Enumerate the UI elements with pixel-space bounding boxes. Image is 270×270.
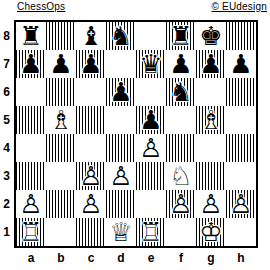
- square-a3: [16, 162, 46, 190]
- white-pawn: ♙: [16, 190, 46, 218]
- square-f3: ♞♘: [166, 162, 196, 190]
- black-knight: ♞: [166, 78, 196, 106]
- square-g3: [196, 162, 226, 190]
- rank-label-7: 7: [0, 50, 13, 78]
- square-f2: ♟♙: [166, 190, 196, 218]
- white-pawn: ♙: [226, 190, 256, 218]
- file-label-g: g: [196, 250, 226, 266]
- square-g2: ♟♙: [196, 190, 226, 218]
- square-h4: [226, 134, 256, 162]
- square-h7: ♟: [226, 50, 256, 78]
- white-pawn: ♙: [136, 134, 166, 162]
- square-d2: [106, 190, 136, 218]
- square-c7: ♟: [76, 50, 106, 78]
- square-a5: [16, 106, 46, 134]
- file-label-a: a: [16, 250, 46, 266]
- black-pawn: ♟: [46, 50, 76, 78]
- black-pawn: ♟: [196, 50, 226, 78]
- file-label-c: c: [76, 250, 106, 266]
- rank-label-2: 2: [0, 190, 13, 218]
- white-pawn: ♙: [106, 162, 136, 190]
- black-pawn: ♟: [106, 78, 136, 106]
- black-rook: ♜: [166, 22, 196, 50]
- black-rook: ♜: [16, 22, 46, 50]
- square-a4: [16, 134, 46, 162]
- file-label-b: b: [46, 250, 76, 266]
- square-e3: [136, 162, 166, 190]
- square-c1: [76, 218, 106, 246]
- chessops-link[interactable]: ChessOps: [17, 1, 65, 13]
- square-e7: ♛: [136, 50, 166, 78]
- black-queen: ♛: [136, 50, 166, 78]
- black-pawn: ♟: [136, 106, 166, 134]
- square-g4: [196, 134, 226, 162]
- square-e2: [136, 190, 166, 218]
- square-h5: [226, 106, 256, 134]
- square-e5: ♟: [136, 106, 166, 134]
- square-g5: ♝♗: [196, 106, 226, 134]
- square-a7: ♟: [16, 50, 46, 78]
- file-labels: abcdefgh: [16, 250, 256, 266]
- white-rook: ♖: [136, 218, 166, 246]
- black-knight: ♞: [106, 22, 136, 50]
- eudesign-copyright-link[interactable]: © EUdesign: [211, 1, 267, 13]
- square-d7: [106, 50, 136, 78]
- rank-label-1: 1: [0, 218, 13, 246]
- rank-label-3: 3: [0, 162, 13, 190]
- page: ChessOps © EUdesign 87654321 ♜♝♞♜♚♟♟♟♛♟♟…: [0, 0, 270, 270]
- square-b8: [46, 22, 76, 50]
- square-h2: ♟♙: [226, 190, 256, 218]
- square-d1: ♛♕: [106, 218, 136, 246]
- square-b5: ♝♗: [46, 106, 76, 134]
- square-a6: [16, 78, 46, 106]
- black-pawn: ♟: [166, 50, 196, 78]
- square-c4: [76, 134, 106, 162]
- square-g8: ♚: [196, 22, 226, 50]
- square-c5: [76, 106, 106, 134]
- white-pawn: ♙: [166, 190, 196, 218]
- square-d8: ♞: [106, 22, 136, 50]
- white-knight: ♘: [166, 162, 196, 190]
- square-g1: ♚♔: [196, 218, 226, 246]
- square-g7: ♟: [196, 50, 226, 78]
- square-h6: [226, 78, 256, 106]
- rank-labels: 87654321: [0, 22, 13, 246]
- black-pawn: ♟: [226, 50, 256, 78]
- square-f5: [166, 106, 196, 134]
- square-c6: [76, 78, 106, 106]
- square-h3: [226, 162, 256, 190]
- file-label-d: d: [106, 250, 136, 266]
- square-f7: ♟: [166, 50, 196, 78]
- black-pawn: ♟: [16, 50, 46, 78]
- square-e4: ♟♙: [136, 134, 166, 162]
- black-bishop: ♝: [76, 22, 106, 50]
- white-pawn: ♙: [76, 190, 106, 218]
- white-king: ♔: [196, 218, 226, 246]
- rank-label-8: 8: [0, 22, 13, 50]
- square-b4: [46, 134, 76, 162]
- square-c8: ♝: [76, 22, 106, 50]
- square-h8: [226, 22, 256, 50]
- black-king: ♚: [196, 22, 226, 50]
- white-bishop: ♗: [46, 106, 76, 134]
- square-f8: ♜: [166, 22, 196, 50]
- square-b7: ♟: [46, 50, 76, 78]
- square-f1: [166, 218, 196, 246]
- square-d3: ♟♙: [106, 162, 136, 190]
- square-e6: [136, 78, 166, 106]
- square-d5: [106, 106, 136, 134]
- square-a1: ♜♖: [16, 218, 46, 246]
- square-b2: [46, 190, 76, 218]
- square-g6: [196, 78, 226, 106]
- white-bishop: ♗: [196, 106, 226, 134]
- square-b1: [46, 218, 76, 246]
- square-h1: [226, 218, 256, 246]
- square-a8: ♜: [16, 22, 46, 50]
- rank-label-6: 6: [0, 78, 13, 106]
- white-queen: ♕: [106, 218, 136, 246]
- file-label-h: h: [226, 250, 256, 266]
- white-rook: ♖: [16, 218, 46, 246]
- square-f6: ♞: [166, 78, 196, 106]
- square-f4: [166, 134, 196, 162]
- rank-label-4: 4: [0, 134, 13, 162]
- square-a2: ♟♙: [16, 190, 46, 218]
- square-b6: [46, 78, 76, 106]
- rank-label-5: 5: [0, 106, 13, 134]
- square-e1: ♜♖: [136, 218, 166, 246]
- square-c2: ♟♙: [76, 190, 106, 218]
- chess-board: ♜♝♞♜♚♟♟♟♛♟♟♟♟♞♝♗♟♝♗♟♙♟♙♟♙♞♘♟♙♟♙♟♙♟♙♟♙♜♖♛…: [14, 20, 258, 248]
- square-b3: [46, 162, 76, 190]
- black-pawn: ♟: [76, 50, 106, 78]
- file-label-e: e: [136, 250, 166, 266]
- file-label-f: f: [166, 250, 196, 266]
- white-pawn: ♙: [76, 162, 106, 190]
- white-pawn: ♙: [196, 190, 226, 218]
- square-e8: [136, 22, 166, 50]
- square-d4: [106, 134, 136, 162]
- square-d6: ♟: [106, 78, 136, 106]
- square-c3: ♟♙: [76, 162, 106, 190]
